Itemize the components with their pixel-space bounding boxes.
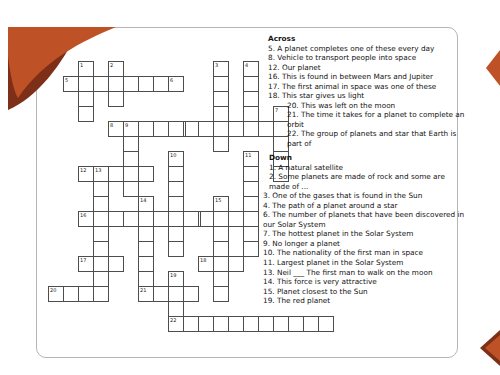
grid-cell xyxy=(243,241,259,257)
grid-cell xyxy=(168,121,184,137)
grid-cell xyxy=(303,316,319,332)
grid-cell xyxy=(138,226,154,242)
grid-cell xyxy=(288,316,304,332)
down-clue-9: 9. No longer a planet xyxy=(263,239,465,249)
grid-cell xyxy=(93,256,109,272)
grid-cell: 19 xyxy=(168,271,184,287)
grid-cell xyxy=(168,196,184,212)
clue-number: 21 xyxy=(140,287,146,293)
grid-cell xyxy=(93,211,109,227)
down-clue-11: 11. Largest planet in the Solar System xyxy=(263,258,465,268)
grid-cell xyxy=(228,211,244,227)
grid-cell xyxy=(93,196,109,212)
clue-number: 4 xyxy=(245,62,248,68)
down-clue-1: 1. A natural satellite xyxy=(263,163,465,173)
grid-cell xyxy=(213,271,229,287)
grid-cell xyxy=(213,211,229,227)
clue-number: 13 xyxy=(95,167,101,173)
down-clue-6: 6. The number of planets that have been … xyxy=(263,210,465,229)
grid-cell xyxy=(93,181,109,197)
grid-cell xyxy=(213,226,229,242)
grid-cell xyxy=(123,151,139,167)
grid-cell xyxy=(93,76,109,92)
grid-cell xyxy=(93,241,109,257)
grid-cell xyxy=(108,256,124,272)
grid-cell xyxy=(168,226,184,242)
clue-number: 5 xyxy=(65,77,68,83)
grid-cell: 16 xyxy=(78,211,94,227)
across-clue-17: 17. The first animal in space was one of… xyxy=(268,82,468,92)
grid-cell xyxy=(183,316,199,332)
grid-cell xyxy=(243,316,259,332)
clue-number: 18 xyxy=(200,257,206,263)
grid-cell xyxy=(198,211,214,227)
down-clue-19: 19. The red planet xyxy=(263,296,465,306)
clue-number: 6 xyxy=(170,77,173,83)
grid-cell xyxy=(213,316,229,332)
grid-cell xyxy=(78,106,94,122)
grid-cell xyxy=(123,76,139,92)
grid-cell xyxy=(273,316,289,332)
grid-cell xyxy=(123,211,139,227)
clue-number: 2 xyxy=(110,62,113,68)
grid-cell xyxy=(213,241,229,257)
grid-cell xyxy=(213,256,229,272)
grid-cell xyxy=(243,226,259,242)
grid-cell xyxy=(93,286,109,302)
grid-cell xyxy=(318,316,334,332)
grid-cell xyxy=(108,76,124,92)
grid-cell xyxy=(153,286,169,302)
clue-number: 9 xyxy=(125,122,128,128)
across-clue-16: 16. This is found in between Mars and Ju… xyxy=(268,72,468,82)
grid-cell xyxy=(123,166,139,182)
grid-cell xyxy=(213,106,229,122)
down-clues: Down 1. A natural satellite2. Some plane… xyxy=(263,153,465,306)
grid-cell: 9 xyxy=(123,121,139,137)
clue-number: 22 xyxy=(170,317,176,323)
grid-cell xyxy=(108,211,124,227)
clue-number: 19 xyxy=(170,272,176,278)
down-clue-13: 13. Neil ___ The first man to walk on th… xyxy=(263,268,465,278)
clue-number: 15 xyxy=(215,197,221,203)
grid-cell xyxy=(168,211,184,227)
grid-cell xyxy=(123,136,139,152)
grid-cell: 15 xyxy=(213,196,229,212)
grid-cell xyxy=(213,121,229,137)
grid-cell xyxy=(78,91,94,107)
across-clue-21: 21. The time it takes for a planet to co… xyxy=(268,110,468,129)
down-clue-10: 10. The nationality of the first man in … xyxy=(263,248,465,258)
grid-cell: 18 xyxy=(198,256,214,272)
grid-cell xyxy=(213,136,229,152)
grid-cell xyxy=(168,286,184,302)
down-clue-3: 3. One of the gases that is found in the… xyxy=(263,191,465,201)
grid-cell: 13 xyxy=(93,166,109,182)
grid-cell xyxy=(153,121,169,137)
grid-cell: 12 xyxy=(78,166,94,182)
clue-number: 12 xyxy=(80,167,86,173)
grid-cell xyxy=(153,76,169,92)
grid-cell xyxy=(213,91,229,107)
grid-cell: 6 xyxy=(168,76,184,92)
grid-cell xyxy=(63,286,79,302)
across-clue-20: 20. This was left on the moon xyxy=(268,101,468,111)
down-clue-14: 14. This force is very attractive xyxy=(263,277,465,287)
grid-cell xyxy=(138,76,154,92)
grid-cell xyxy=(228,256,244,272)
across-clue-18: 18. This star gives us light xyxy=(268,91,468,101)
grid-cell xyxy=(243,121,259,137)
grid-cell xyxy=(108,91,124,107)
grid-cell: 17 xyxy=(78,256,94,272)
down-clue-4: 4. The path of a planet around a star xyxy=(263,201,465,211)
grid-cell xyxy=(138,211,154,227)
across-clue-5: 5. A planet completes one of these every… xyxy=(268,44,468,54)
clue-number: 11 xyxy=(245,152,251,158)
grid-cell: 14 xyxy=(138,196,154,212)
grid-cell xyxy=(78,76,94,92)
grid-cell: 5 xyxy=(63,76,79,92)
clue-number: 16 xyxy=(80,212,86,218)
slide-canvas: 12345678910111213141516171819202122 Acro… xyxy=(0,0,500,375)
grid-cell xyxy=(138,241,154,257)
grid-cell xyxy=(138,256,154,272)
grid-cell xyxy=(138,271,154,287)
grid-cell xyxy=(243,76,259,92)
grid-cell xyxy=(108,166,124,182)
grid-cell: 4 xyxy=(243,61,259,77)
grid-cell xyxy=(228,316,244,332)
clue-number: 17 xyxy=(80,257,86,263)
grid-cell xyxy=(243,166,259,182)
grid-cell: 10 xyxy=(168,151,184,167)
grid-cell: 8 xyxy=(108,121,124,137)
grid-cell xyxy=(243,181,259,197)
grid-cell xyxy=(168,181,184,197)
grid-cell xyxy=(213,76,229,92)
grid-cell xyxy=(213,286,229,302)
clue-number: 3 xyxy=(215,62,218,68)
across-header: Across xyxy=(268,34,468,44)
down-header: Down xyxy=(263,153,465,163)
clue-number: 20 xyxy=(50,287,56,293)
clue-number: 14 xyxy=(140,197,146,203)
grid-cell xyxy=(198,316,214,332)
across-clue-12: 12. Our planet xyxy=(268,63,468,73)
grid-cell xyxy=(183,286,199,302)
clue-number: 10 xyxy=(170,152,176,158)
grid-cell xyxy=(168,241,184,257)
grid-cell xyxy=(243,211,259,227)
clue-number: 8 xyxy=(110,122,113,128)
down-clue-7: 7. The hottest planet in the Solar Syste… xyxy=(263,229,465,239)
grid-cell: 1 xyxy=(78,61,94,77)
grid-cell xyxy=(183,121,199,137)
grid-cell xyxy=(243,196,259,212)
grid-cell xyxy=(168,301,184,317)
down-clue-2: 2. Some planets are made of rock and som… xyxy=(263,172,465,191)
across-clues: Across 5. A planet completes one of thes… xyxy=(268,34,468,149)
grid-cell xyxy=(243,91,259,107)
grid-cell xyxy=(138,166,154,182)
grid-cell xyxy=(243,106,259,122)
grid-cell xyxy=(138,121,154,137)
grid-cell xyxy=(93,226,109,242)
grid-cell: 20 xyxy=(48,286,64,302)
grid-cell xyxy=(198,121,214,137)
grid-cell xyxy=(228,121,244,137)
grid-cell xyxy=(168,166,184,182)
grid-cell xyxy=(123,181,139,197)
grid-cell: 3 xyxy=(213,61,229,77)
grid-cell xyxy=(183,211,199,227)
across-clue-8: 8. Vehicle to transport people into spac… xyxy=(268,53,468,63)
grid-cell: 11 xyxy=(243,151,259,167)
grid-cell: 21 xyxy=(138,286,154,302)
grid-cell xyxy=(258,316,274,332)
grid-cell xyxy=(78,286,94,302)
grid-cell: 22 xyxy=(168,316,184,332)
down-clue-15: 15. Planet closest to the Sun xyxy=(263,287,465,297)
clue-number: 1 xyxy=(80,62,83,68)
grid-cell xyxy=(153,211,169,227)
grid-cell: 2 xyxy=(108,61,124,77)
across-clue-22: 22. The group of planets and star that E… xyxy=(268,129,468,148)
grid-cell xyxy=(93,271,109,287)
